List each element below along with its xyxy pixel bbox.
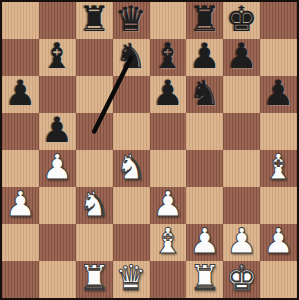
black-pawn-h6[interactable]: ♟	[263, 75, 294, 112]
white-bishop-h4[interactable]: ♝	[263, 149, 294, 186]
square-b3[interactable]	[39, 187, 76, 224]
black-pawn-e6[interactable]: ♟	[152, 75, 183, 112]
square-b5[interactable]: ♟	[39, 113, 76, 150]
square-b2[interactable]	[39, 224, 76, 261]
white-rook-f1[interactable]: ♜	[189, 260, 220, 297]
square-f4[interactable]	[186, 150, 223, 187]
square-d1[interactable]: ♛	[113, 261, 150, 298]
square-e3[interactable]: ♟	[150, 187, 187, 224]
square-g6[interactable]	[223, 76, 260, 113]
square-f2[interactable]: ♟	[186, 224, 223, 261]
white-knight-d4[interactable]: ♞	[115, 149, 146, 186]
square-e8[interactable]	[150, 2, 187, 39]
black-bishop-e7[interactable]: ♝	[152, 38, 183, 75]
square-d7[interactable]: ♞	[113, 39, 150, 76]
square-g2[interactable]: ♟	[223, 224, 260, 261]
square-a1[interactable]	[2, 261, 39, 298]
square-c4[interactable]	[76, 150, 113, 187]
square-f6[interactable]: ♞	[186, 76, 223, 113]
square-h3[interactable]	[260, 187, 297, 224]
square-a4[interactable]	[2, 150, 39, 187]
square-b6[interactable]	[39, 76, 76, 113]
square-h4[interactable]: ♝	[260, 150, 297, 187]
square-b7[interactable]: ♝	[39, 39, 76, 76]
square-f1[interactable]: ♜	[186, 261, 223, 298]
square-e1[interactable]	[150, 261, 187, 298]
square-h5[interactable]	[260, 113, 297, 150]
square-g3[interactable]	[223, 187, 260, 224]
square-a7[interactable]	[2, 39, 39, 76]
white-rook-c1[interactable]: ♜	[78, 260, 109, 297]
square-c6[interactable]	[76, 76, 113, 113]
square-d5[interactable]	[113, 113, 150, 150]
black-pawn-a6[interactable]: ♟	[5, 75, 36, 112]
square-b4[interactable]: ♟	[39, 150, 76, 187]
square-a2[interactable]	[2, 224, 39, 261]
white-pawn-g2[interactable]: ♟	[226, 223, 257, 260]
square-h8[interactable]	[260, 2, 297, 39]
square-a3[interactable]: ♟	[2, 187, 39, 224]
chess-app: ♜♛♜♚♝♞♝♟♟♟♟♞♟♟♟♞♝♟♞♟♝♟♟♟♜♛♜♚	[0, 0, 299, 300]
white-pawn-h2[interactable]: ♟	[263, 223, 294, 260]
square-f8[interactable]: ♜	[186, 2, 223, 39]
square-c2[interactable]	[76, 224, 113, 261]
square-b8[interactable]	[39, 2, 76, 39]
white-queen-d1[interactable]: ♛	[115, 260, 146, 297]
square-c3[interactable]: ♞	[76, 187, 113, 224]
white-knight-c3[interactable]: ♞	[78, 186, 109, 223]
square-e2[interactable]: ♝	[150, 224, 187, 261]
square-e5[interactable]	[150, 113, 187, 150]
square-g8[interactable]: ♚	[223, 2, 260, 39]
square-e7[interactable]: ♝	[150, 39, 187, 76]
black-rook-c8[interactable]: ♜	[78, 1, 109, 38]
black-king-g8[interactable]: ♚	[226, 1, 257, 38]
square-g5[interactable]	[223, 113, 260, 150]
square-h7[interactable]	[260, 39, 297, 76]
square-f3[interactable]	[186, 187, 223, 224]
square-d3[interactable]	[113, 187, 150, 224]
square-a5[interactable]	[2, 113, 39, 150]
square-g4[interactable]	[223, 150, 260, 187]
black-pawn-f7[interactable]: ♟	[189, 38, 220, 75]
square-a8[interactable]	[2, 2, 39, 39]
black-pawn-g7[interactable]: ♟	[226, 38, 257, 75]
black-queen-d8[interactable]: ♛	[115, 1, 146, 38]
black-pawn-b5[interactable]: ♟	[42, 112, 73, 149]
square-g7[interactable]: ♟	[223, 39, 260, 76]
square-d2[interactable]	[113, 224, 150, 261]
square-d4[interactable]: ♞	[113, 150, 150, 187]
black-knight-d7[interactable]: ♞	[115, 38, 146, 75]
black-knight-f6[interactable]: ♞	[189, 75, 220, 112]
square-f5[interactable]	[186, 113, 223, 150]
black-bishop-b7[interactable]: ♝	[42, 38, 73, 75]
white-bishop-e2[interactable]: ♝	[152, 223, 183, 260]
white-pawn-a3[interactable]: ♟	[5, 186, 36, 223]
square-h1[interactable]	[260, 261, 297, 298]
chess-board: ♜♛♜♚♝♞♝♟♟♟♟♞♟♟♟♞♝♟♞♟♝♟♟♟♜♛♜♚	[2, 2, 297, 298]
square-a6[interactable]: ♟	[2, 76, 39, 113]
square-b1[interactable]	[39, 261, 76, 298]
black-rook-f8[interactable]: ♜	[189, 1, 220, 38]
square-h2[interactable]: ♟	[260, 224, 297, 261]
square-f7[interactable]: ♟	[186, 39, 223, 76]
square-g1[interactable]: ♚	[223, 261, 260, 298]
square-c7[interactable]	[76, 39, 113, 76]
square-c1[interactable]: ♜	[76, 261, 113, 298]
white-pawn-f2[interactable]: ♟	[189, 223, 220, 260]
white-pawn-e3[interactable]: ♟	[152, 186, 183, 223]
square-e6[interactable]: ♟	[150, 76, 187, 113]
square-d6[interactable]	[113, 76, 150, 113]
white-king-g1[interactable]: ♚	[226, 260, 257, 297]
square-d8[interactable]: ♛	[113, 2, 150, 39]
square-e4[interactable]	[150, 150, 187, 187]
board-frame: ♜♛♜♚♝♞♝♟♟♟♟♞♟♟♟♞♝♟♞♟♝♟♟♟♜♛♜♚	[0, 0, 299, 300]
square-h6[interactable]: ♟	[260, 76, 297, 113]
white-pawn-b4[interactable]: ♟	[42, 149, 73, 186]
square-c5[interactable]	[76, 113, 113, 150]
square-c8[interactable]: ♜	[76, 2, 113, 39]
